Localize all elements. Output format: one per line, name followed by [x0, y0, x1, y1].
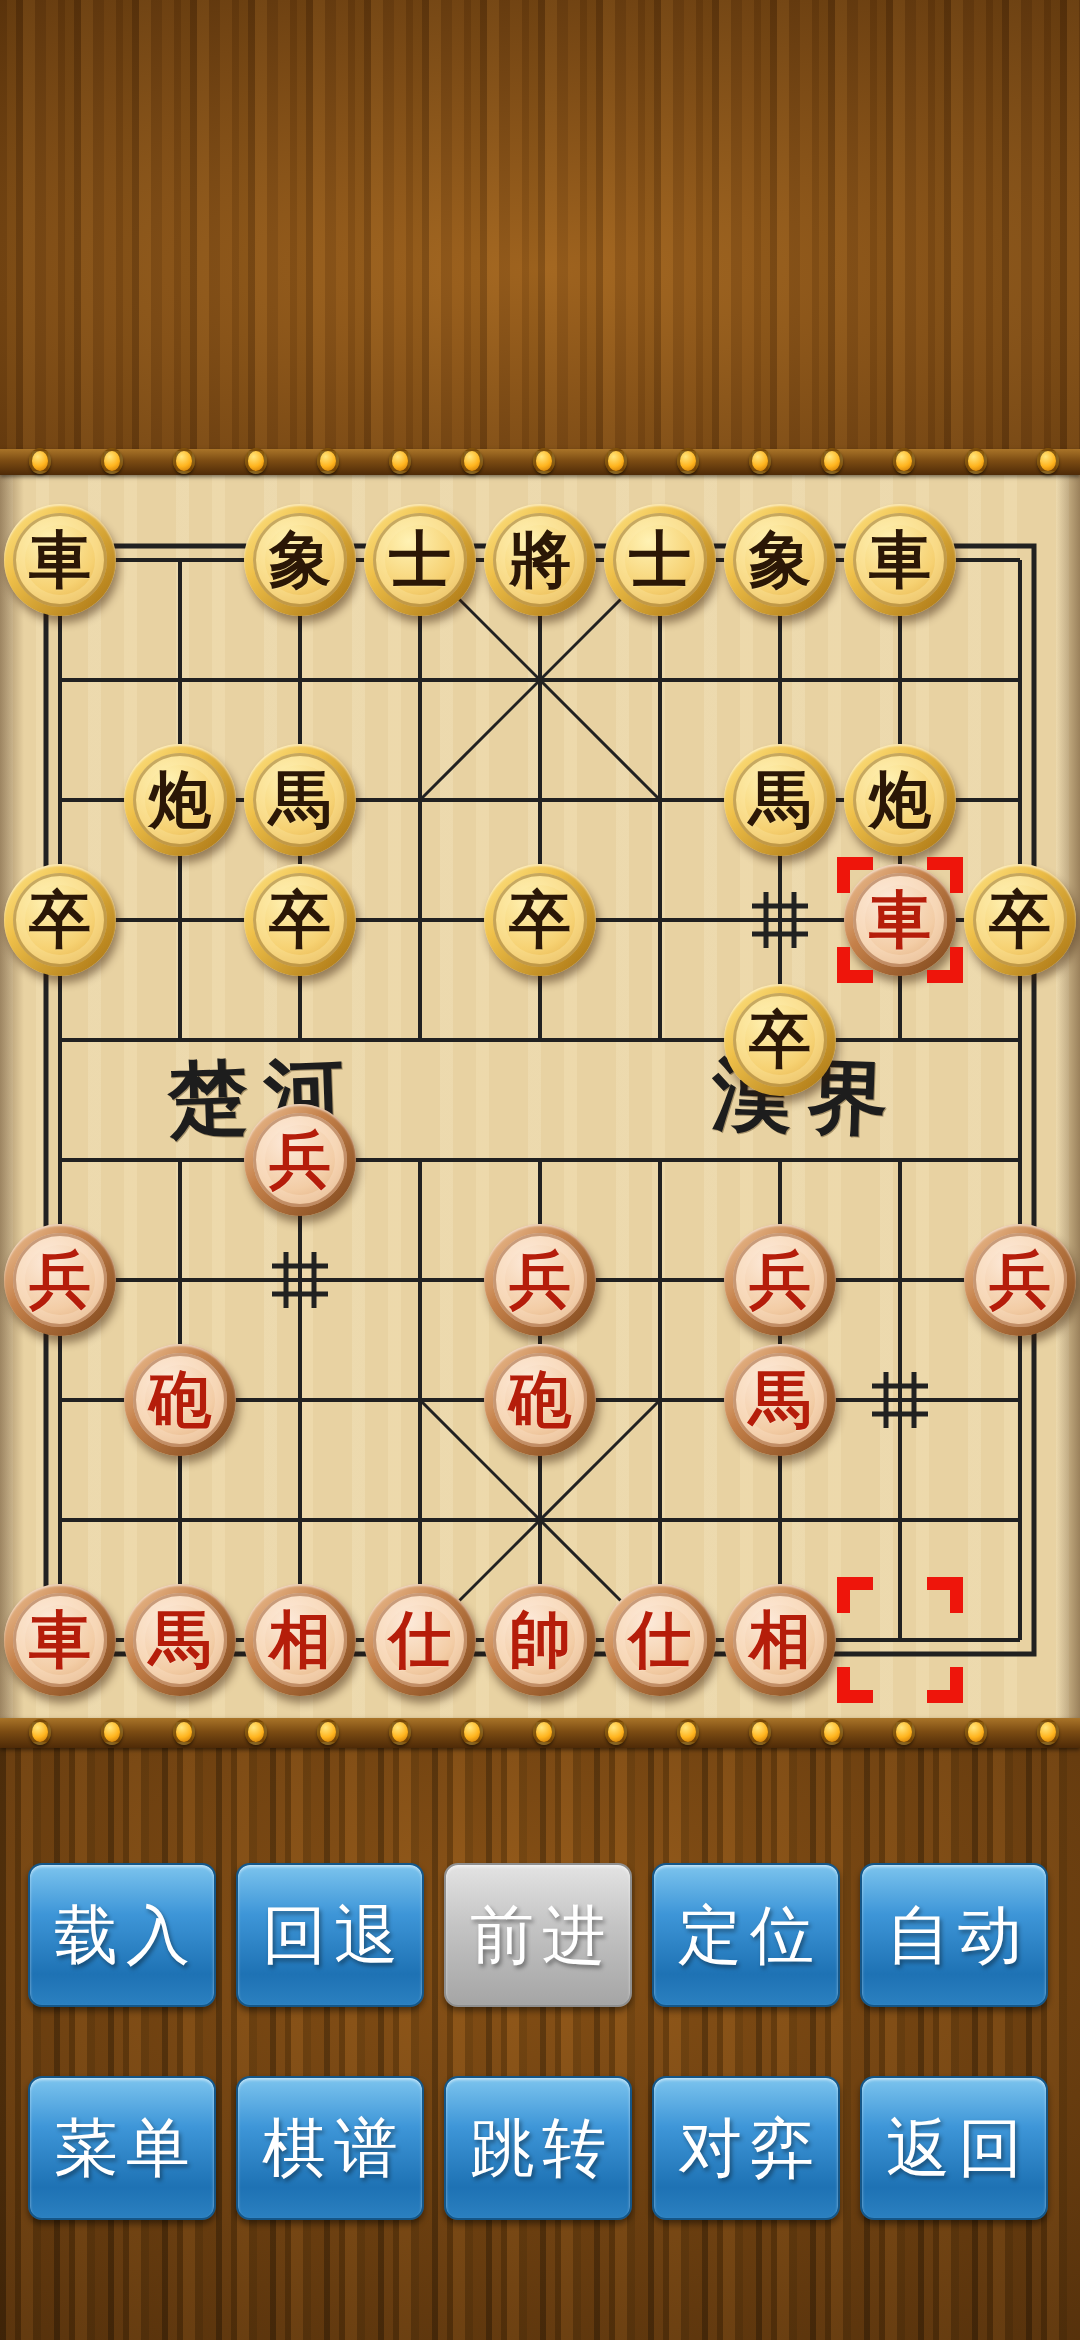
piece-face: 砲 [133, 1353, 227, 1447]
frame-stud [461, 448, 483, 474]
piece-glyph: 卒 [29, 889, 91, 951]
frame-stud [605, 1719, 627, 1745]
piece-glyph: 兵 [269, 1129, 331, 1191]
piece-glyph: 卒 [749, 1009, 811, 1071]
frame-stud [1037, 448, 1059, 474]
piece-red-相[interactable]: 相 [244, 1584, 356, 1696]
piece-face: 砲 [493, 1353, 587, 1447]
piece-black-馬[interactable]: 馬 [244, 744, 356, 856]
piece-red-仕[interactable]: 仕 [604, 1584, 716, 1696]
piece-glyph: 相 [749, 1609, 811, 1671]
game-record-button[interactable]: 棋谱 [236, 2076, 424, 2220]
piece-red-兵[interactable]: 兵 [724, 1224, 836, 1336]
piece-red-兵[interactable]: 兵 [964, 1224, 1076, 1336]
frame-stud [893, 448, 915, 474]
piece-glyph: 士 [389, 529, 451, 591]
piece-glyph: 士 [629, 529, 691, 591]
xiangqi-app-screen: 楚河 漢界 車象士將士象車炮馬馬炮卒卒卒車卒卒兵兵兵兵兵砲砲馬車馬相仕帥仕相 载… [0, 0, 1080, 2340]
load-button[interactable]: 载入 [28, 1863, 216, 2007]
menu-button[interactable]: 菜单 [28, 2076, 216, 2220]
locate-button[interactable]: 定位 [652, 1863, 840, 2007]
undo-button[interactable]: 回退 [236, 1863, 424, 2007]
wood-background-top [0, 0, 1080, 449]
piece-face: 馬 [253, 753, 347, 847]
frame-stud [101, 448, 123, 474]
piece-face: 卒 [253, 873, 347, 967]
piece-red-相[interactable]: 相 [724, 1584, 836, 1696]
piece-glyph: 兵 [509, 1249, 571, 1311]
piece-glyph: 車 [869, 889, 931, 951]
piece-face: 卒 [13, 873, 107, 967]
frame-stud [821, 448, 843, 474]
piece-face: 車 [13, 1593, 107, 1687]
frame-stud [29, 1719, 51, 1745]
piece-face: 兵 [973, 1233, 1067, 1327]
piece-red-仕[interactable]: 仕 [364, 1584, 476, 1696]
piece-glyph: 車 [29, 1609, 91, 1671]
frame-stud [821, 1719, 843, 1745]
piece-glyph: 卒 [509, 889, 571, 951]
piece-black-象[interactable]: 象 [724, 504, 836, 616]
piece-face: 馬 [133, 1593, 227, 1687]
piece-face: 炮 [853, 753, 947, 847]
jump-button[interactable]: 跳转 [444, 2076, 632, 2220]
piece-black-卒[interactable]: 卒 [484, 864, 596, 976]
piece-black-卒[interactable]: 卒 [244, 864, 356, 976]
piece-face: 兵 [493, 1233, 587, 1327]
wood-background-bottom [0, 1748, 1080, 2340]
frame-stud [749, 1719, 771, 1745]
piece-red-兵[interactable]: 兵 [244, 1104, 356, 1216]
piece-red-兵[interactable]: 兵 [484, 1224, 596, 1336]
piece-glyph: 卒 [269, 889, 331, 951]
piece-face: 將 [493, 513, 587, 607]
piece-black-炮[interactable]: 炮 [124, 744, 236, 856]
piece-glyph: 炮 [149, 769, 211, 831]
piece-face: 兵 [253, 1113, 347, 1207]
piece-glyph: 卒 [989, 889, 1051, 951]
piece-glyph: 車 [29, 529, 91, 591]
piece-face: 仕 [613, 1593, 707, 1687]
piece-glyph: 砲 [509, 1369, 571, 1431]
piece-face: 象 [733, 513, 827, 607]
piece-glyph: 仕 [389, 1609, 451, 1671]
piece-face: 帥 [493, 1593, 587, 1687]
frame-stud [245, 1719, 267, 1745]
piece-black-象[interactable]: 象 [244, 504, 356, 616]
frame-stud [677, 448, 699, 474]
piece-black-卒[interactable]: 卒 [4, 864, 116, 976]
piece-face: 士 [613, 513, 707, 607]
frame-stud [965, 1719, 987, 1745]
piece-face: 相 [733, 1593, 827, 1687]
piece-face: 馬 [733, 753, 827, 847]
frame-stud [389, 1719, 411, 1745]
frame-stud [317, 448, 339, 474]
frame-stud [965, 448, 987, 474]
piece-glyph: 帥 [509, 1609, 571, 1671]
piece-glyph: 馬 [749, 1369, 811, 1431]
piece-red-車[interactable]: 車 [4, 1584, 116, 1696]
piece-black-卒[interactable]: 卒 [724, 984, 836, 1096]
piece-red-砲[interactable]: 砲 [484, 1344, 596, 1456]
frame-stud [893, 1719, 915, 1745]
piece-glyph: 象 [269, 529, 331, 591]
piece-red-砲[interactable]: 砲 [124, 1344, 236, 1456]
piece-black-士[interactable]: 士 [604, 504, 716, 616]
piece-glyph: 馬 [269, 769, 331, 831]
frame-stud [317, 1719, 339, 1745]
piece-face: 象 [253, 513, 347, 607]
piece-red-馬[interactable]: 馬 [124, 1584, 236, 1696]
piece-glyph: 兵 [749, 1249, 811, 1311]
piece-face: 兵 [733, 1233, 827, 1327]
xiangqi-board[interactable] [0, 474, 1080, 1718]
piece-face: 仕 [373, 1593, 467, 1687]
piece-red-馬[interactable]: 馬 [724, 1344, 836, 1456]
frame-stud [533, 448, 555, 474]
piece-glyph: 兵 [29, 1249, 91, 1311]
auto-button[interactable]: 自动 [860, 1863, 1048, 2007]
piece-glyph: 馬 [149, 1609, 211, 1671]
piece-glyph: 馬 [749, 769, 811, 831]
piece-face: 卒 [733, 993, 827, 1087]
piece-glyph: 象 [749, 529, 811, 591]
piece-face: 炮 [133, 753, 227, 847]
frame-stud [749, 448, 771, 474]
piece-face: 兵 [13, 1233, 107, 1327]
piece-face: 馬 [733, 1353, 827, 1447]
piece-face: 士 [373, 513, 467, 607]
piece-glyph: 相 [269, 1609, 331, 1671]
piece-red-兵[interactable]: 兵 [4, 1224, 116, 1336]
piece-glyph: 兵 [989, 1249, 1051, 1311]
piece-red-帥[interactable]: 帥 [484, 1584, 596, 1696]
frame-stud [677, 1719, 699, 1745]
piece-face: 車 [853, 513, 947, 607]
piece-glyph: 砲 [149, 1369, 211, 1431]
piece-glyph: 仕 [629, 1609, 691, 1671]
frame-stud [29, 448, 51, 474]
frame-stud [461, 1719, 483, 1745]
piece-black-炮[interactable]: 炮 [844, 744, 956, 856]
play-button[interactable]: 对弈 [652, 2076, 840, 2220]
frame-stud [389, 448, 411, 474]
piece-face: 相 [253, 1593, 347, 1687]
frame-stud [1037, 1719, 1059, 1745]
piece-glyph: 車 [869, 529, 931, 591]
frame-stud [533, 1719, 555, 1745]
frame-stud [101, 1719, 123, 1745]
piece-face: 卒 [493, 873, 587, 967]
piece-black-車[interactable]: 車 [4, 504, 116, 616]
frame-stud [173, 1719, 195, 1745]
piece-black-車[interactable]: 車 [844, 504, 956, 616]
piece-glyph: 將 [509, 529, 571, 591]
piece-face: 車 [853, 873, 947, 967]
frame-stud [605, 448, 627, 474]
frame-stud [245, 448, 267, 474]
forward-button[interactable]: 前进 [444, 1863, 632, 2007]
piece-black-馬[interactable]: 馬 [724, 744, 836, 856]
piece-black-卒[interactable]: 卒 [964, 864, 1076, 976]
piece-red-車[interactable]: 車 [844, 864, 956, 976]
frame-stud [173, 448, 195, 474]
piece-face: 卒 [973, 873, 1067, 967]
back-button[interactable]: 返回 [860, 2076, 1048, 2220]
piece-face: 車 [13, 513, 107, 607]
piece-black-將[interactable]: 將 [484, 504, 596, 616]
piece-glyph: 炮 [869, 769, 931, 831]
piece-black-士[interactable]: 士 [364, 504, 476, 616]
